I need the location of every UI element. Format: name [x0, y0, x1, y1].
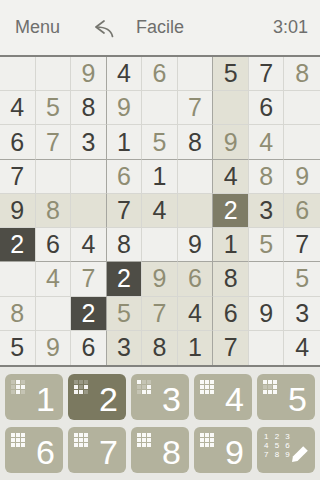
cell-r6c1[interactable]: 2 — [0, 228, 36, 262]
cell-r5c1[interactable]: 9 — [0, 194, 36, 228]
cell-r4c5[interactable]: 1 — [142, 160, 178, 194]
cell-r7c1[interactable] — [0, 262, 36, 296]
numpad-digit-label: 6 — [36, 433, 55, 472]
cell-r1c6[interactable] — [178, 57, 214, 91]
cell-r3c8[interactable]: 4 — [249, 125, 285, 159]
cell-r5c7[interactable]: 2 — [213, 194, 249, 228]
cell-r9c4[interactable]: 3 — [107, 331, 143, 365]
cell-r9c9[interactable]: 4 — [284, 331, 320, 365]
numpad-digit-label: 1 — [36, 380, 55, 419]
cell-r8c2[interactable] — [36, 297, 72, 331]
pencil-digits-label: 1 2 3 4 5 6 7 8 9 — [264, 432, 292, 459]
box-map-icon — [74, 380, 88, 394]
cell-r5c4[interactable]: 7 — [107, 194, 143, 228]
cell-r4c8[interactable]: 8 — [249, 160, 285, 194]
cell-r9c6[interactable]: 1 — [178, 331, 214, 365]
cell-r1c8[interactable]: 7 — [249, 57, 285, 91]
number-pad: 12345 67891 2 3 4 5 6 7 8 9 — [0, 367, 320, 473]
undo-icon[interactable] — [92, 18, 116, 38]
cell-r2c3[interactable]: 8 — [71, 91, 107, 125]
cell-r7c9[interactable]: 5 — [284, 262, 320, 296]
numpad-digit-label: 2 — [99, 380, 118, 419]
cell-r8c1[interactable]: 8 — [0, 297, 36, 331]
cell-r9c3[interactable]: 6 — [71, 331, 107, 365]
numpad-digit-label: 7 — [99, 433, 118, 472]
cell-r6c5[interactable] — [142, 228, 178, 262]
cell-r6c7[interactable]: 1 — [213, 228, 249, 262]
cell-r2c6[interactable]: 7 — [178, 91, 214, 125]
box-map-icon — [200, 380, 214, 394]
cell-r7c4[interactable]: 2 — [107, 262, 143, 296]
cell-r2c5[interactable] — [142, 91, 178, 125]
numpad-digit-label: 3 — [162, 380, 181, 419]
cell-r2c7[interactable] — [213, 91, 249, 125]
toolbar: Menu Facile 3:01 — [0, 0, 320, 55]
cell-r1c3[interactable]: 9 — [71, 57, 107, 91]
cell-r7c3[interactable]: 7 — [71, 262, 107, 296]
cell-r9c8[interactable] — [249, 331, 285, 365]
cell-r3c6[interactable]: 8 — [178, 125, 214, 159]
cell-r9c1[interactable]: 5 — [0, 331, 36, 365]
cell-r6c9[interactable]: 7 — [284, 228, 320, 262]
cell-r7c8[interactable] — [249, 262, 285, 296]
cell-r2c1[interactable]: 4 — [0, 91, 36, 125]
cell-r7c6[interactable]: 6 — [178, 262, 214, 296]
cell-r3c5[interactable]: 5 — [142, 125, 178, 159]
menu-button[interactable]: Menu — [15, 17, 60, 38]
cell-r8c5[interactable]: 7 — [142, 297, 178, 331]
cell-r9c7[interactable]: 7 — [213, 331, 249, 365]
box-map-icon — [11, 433, 25, 447]
cell-r5c5[interactable]: 4 — [142, 194, 178, 228]
numpad-7-button[interactable]: 7 — [68, 427, 126, 473]
cell-r1c2[interactable] — [36, 57, 72, 91]
cell-r1c9[interactable]: 8 — [284, 57, 320, 91]
cell-r5c6[interactable] — [178, 194, 214, 228]
cell-r6c8[interactable]: 5 — [249, 228, 285, 262]
number-pad-row-1: 12345 — [5, 374, 315, 420]
cell-r8c3[interactable]: 2 — [71, 297, 107, 331]
cell-r7c7[interactable]: 8 — [213, 262, 249, 296]
cell-r1c7[interactable]: 5 — [213, 57, 249, 91]
numpad-5-button[interactable]: 5 — [257, 374, 315, 420]
numpad-digit-label: 8 — [162, 433, 181, 472]
cell-r2c4[interactable]: 9 — [107, 91, 143, 125]
cell-r4c4[interactable]: 6 — [107, 160, 143, 194]
cell-r3c1[interactable]: 6 — [0, 125, 36, 159]
numpad-1-button[interactable]: 1 — [5, 374, 63, 420]
box-map-icon — [137, 380, 151, 394]
cell-r5c3[interactable] — [71, 194, 107, 228]
numpad-8-button[interactable]: 8 — [131, 427, 189, 473]
numpad-3-button[interactable]: 3 — [131, 374, 189, 420]
cell-r9c2[interactable]: 9 — [36, 331, 72, 365]
box-map-icon — [263, 380, 277, 394]
cell-r4c1[interactable]: 7 — [0, 160, 36, 194]
numpad-digit-label: 5 — [288, 380, 307, 419]
number-pad-row-2: 67891 2 3 4 5 6 7 8 9 — [5, 427, 315, 473]
cell-r8c6[interactable]: 4 — [178, 297, 214, 331]
box-map-icon — [137, 433, 151, 447]
box-map-icon — [11, 380, 25, 394]
cell-r6c3[interactable]: 4 — [71, 228, 107, 262]
cell-r8c8[interactable]: 9 — [249, 297, 285, 331]
cell-r1c4[interactable]: 4 — [107, 57, 143, 91]
cell-r7c2[interactable]: 4 — [36, 262, 72, 296]
cell-r1c5[interactable]: 6 — [142, 57, 178, 91]
numpad-digit-label: 9 — [225, 433, 244, 472]
cell-r8c7[interactable]: 6 — [213, 297, 249, 331]
cell-r2c2[interactable]: 5 — [36, 91, 72, 125]
pencil-icon — [290, 444, 310, 468]
cell-r6c2[interactable]: 6 — [36, 228, 72, 262]
box-map-icon — [74, 433, 88, 447]
cell-r3c3[interactable]: 3 — [71, 125, 107, 159]
cell-r4c3[interactable] — [71, 160, 107, 194]
numpad-6-button[interactable]: 6 — [5, 427, 63, 473]
cell-r4c2[interactable] — [36, 160, 72, 194]
cell-r5c8[interactable]: 3 — [249, 194, 285, 228]
cell-r4c7[interactable]: 4 — [213, 160, 249, 194]
numpad-4-button[interactable]: 4 — [194, 374, 252, 420]
cell-r7c5[interactable]: 9 — [142, 262, 178, 296]
cell-r6c4[interactable]: 8 — [107, 228, 143, 262]
cell-r2c9[interactable] — [284, 91, 320, 125]
box-map-icon — [200, 433, 214, 447]
pencil-notes-button[interactable]: 1 2 3 4 5 6 7 8 9 — [257, 427, 315, 473]
numpad-digit-label: 4 — [225, 380, 244, 419]
cell-r6c6[interactable]: 9 — [178, 228, 214, 262]
cell-r4c6[interactable] — [178, 160, 214, 194]
sudoku-board: 9465784589766731589476148998742362648915… — [0, 55, 320, 367]
cell-r5c2[interactable]: 8 — [36, 194, 72, 228]
cell-r3c2[interactable]: 7 — [36, 125, 72, 159]
numpad-9-button[interactable]: 9 — [194, 427, 252, 473]
cell-r9c5[interactable]: 8 — [142, 331, 178, 365]
game-timer: 3:01 — [273, 17, 308, 38]
numpad-2-button[interactable]: 2 — [68, 374, 126, 420]
cell-r3c7[interactable]: 9 — [213, 125, 249, 159]
cell-r3c4[interactable]: 1 — [107, 125, 143, 159]
cell-r8c4[interactable]: 5 — [107, 297, 143, 331]
cell-r3c9[interactable] — [284, 125, 320, 159]
cell-r8c9[interactable]: 3 — [284, 297, 320, 331]
cell-r1c1[interactable] — [0, 57, 36, 91]
cell-r5c9[interactable]: 6 — [284, 194, 320, 228]
cell-r4c9[interactable]: 9 — [284, 160, 320, 194]
cell-r2c8[interactable]: 6 — [249, 91, 285, 125]
